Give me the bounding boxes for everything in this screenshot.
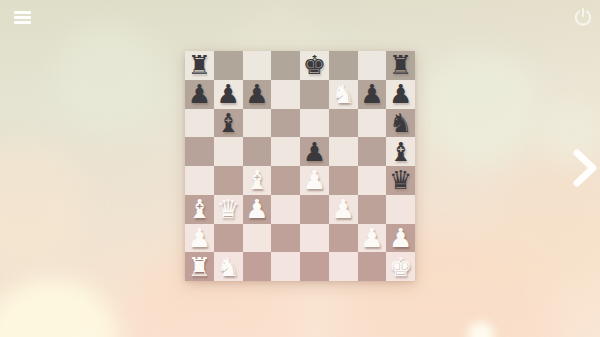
square-f8[interactable] bbox=[329, 51, 358, 80]
square-e8[interactable]: ♚ bbox=[300, 51, 329, 80]
square-d6[interactable] bbox=[271, 109, 300, 138]
square-b4[interactable] bbox=[214, 166, 243, 195]
piece-white-pawn[interactable]: ♟ bbox=[389, 225, 412, 251]
piece-black-pawn[interactable]: ♟ bbox=[360, 81, 383, 107]
square-b8[interactable] bbox=[214, 51, 243, 80]
square-e3[interactable] bbox=[300, 195, 329, 224]
square-e4[interactable]: ♟ bbox=[300, 166, 329, 195]
square-d4[interactable] bbox=[271, 166, 300, 195]
square-h8[interactable]: ♜ bbox=[386, 51, 415, 80]
piece-white-pawn[interactable]: ♟ bbox=[303, 167, 326, 193]
piece-black-rook[interactable]: ♜ bbox=[188, 52, 211, 78]
bokeh-circle bbox=[55, 25, 160, 130]
next-puzzle-button[interactable] bbox=[572, 149, 598, 187]
square-f7[interactable]: ♞ bbox=[329, 80, 358, 109]
square-g5[interactable] bbox=[358, 137, 387, 166]
square-a5[interactable] bbox=[185, 137, 214, 166]
piece-black-pawn[interactable]: ♟ bbox=[216, 81, 239, 107]
square-b1[interactable]: ♞ bbox=[214, 252, 243, 281]
bokeh-circle bbox=[0, 278, 122, 337]
square-e2[interactable] bbox=[300, 224, 329, 253]
bokeh-circle bbox=[468, 322, 494, 337]
square-d3[interactable] bbox=[271, 195, 300, 224]
piece-white-pawn[interactable]: ♟ bbox=[188, 225, 211, 251]
square-a1[interactable]: ♜ bbox=[185, 252, 214, 281]
square-h3[interactable] bbox=[386, 195, 415, 224]
piece-black-rook[interactable]: ♜ bbox=[389, 52, 412, 78]
piece-black-pawn[interactable]: ♟ bbox=[303, 139, 326, 165]
square-d7[interactable] bbox=[271, 80, 300, 109]
square-h2[interactable]: ♟ bbox=[386, 224, 415, 253]
square-a3[interactable]: ♝ bbox=[185, 195, 214, 224]
square-g3[interactable] bbox=[358, 195, 387, 224]
piece-white-bishop[interactable]: ♝ bbox=[188, 196, 211, 222]
piece-black-knight[interactable]: ♞ bbox=[389, 110, 412, 136]
square-e1[interactable] bbox=[300, 252, 329, 281]
square-f3[interactable]: ♟ bbox=[329, 195, 358, 224]
square-b5[interactable] bbox=[214, 137, 243, 166]
square-f1[interactable] bbox=[329, 252, 358, 281]
piece-white-knight[interactable]: ♞ bbox=[216, 254, 239, 280]
piece-white-queen[interactable]: ♛ bbox=[216, 196, 239, 222]
hamburger-menu-icon bbox=[14, 11, 31, 14]
square-e5[interactable]: ♟ bbox=[300, 137, 329, 166]
piece-black-queen[interactable]: ♛ bbox=[389, 167, 412, 193]
square-h4[interactable]: ♛ bbox=[386, 166, 415, 195]
square-d8[interactable] bbox=[271, 51, 300, 80]
square-b2[interactable] bbox=[214, 224, 243, 253]
power-icon bbox=[573, 7, 593, 27]
piece-black-bishop[interactable]: ♝ bbox=[389, 139, 412, 165]
square-g1[interactable] bbox=[358, 252, 387, 281]
piece-white-pawn[interactable]: ♟ bbox=[360, 225, 383, 251]
piece-black-pawn[interactable]: ♟ bbox=[245, 81, 268, 107]
square-f4[interactable] bbox=[329, 166, 358, 195]
square-f2[interactable] bbox=[329, 224, 358, 253]
bokeh-circle bbox=[0, 145, 85, 265]
square-h5[interactable]: ♝ bbox=[386, 137, 415, 166]
square-a4[interactable] bbox=[185, 166, 214, 195]
square-c1[interactable] bbox=[243, 252, 272, 281]
square-a8[interactable]: ♜ bbox=[185, 51, 214, 80]
square-a7[interactable]: ♟ bbox=[185, 80, 214, 109]
piece-black-king[interactable]: ♚ bbox=[303, 52, 326, 78]
square-a2[interactable]: ♟ bbox=[185, 224, 214, 253]
bokeh-circle bbox=[425, 55, 540, 170]
square-g8[interactable] bbox=[358, 51, 387, 80]
square-d5[interactable] bbox=[271, 137, 300, 166]
piece-white-knight[interactable]: ♞ bbox=[331, 81, 354, 107]
square-g4[interactable] bbox=[358, 166, 387, 195]
menu-button[interactable] bbox=[14, 11, 31, 24]
square-a6[interactable] bbox=[185, 109, 214, 138]
square-d2[interactable] bbox=[271, 224, 300, 253]
chess-board: ♜♚♜♟♟♟♞♟♟♝♞♟♝♝♟♛♝♛♟♟♟♟♟♜♞♚ bbox=[185, 51, 415, 281]
square-b3[interactable]: ♛ bbox=[214, 195, 243, 224]
square-c5[interactable] bbox=[243, 137, 272, 166]
square-f6[interactable] bbox=[329, 109, 358, 138]
piece-black-pawn[interactable]: ♟ bbox=[389, 81, 412, 107]
square-c4[interactable]: ♝ bbox=[243, 166, 272, 195]
square-c2[interactable] bbox=[243, 224, 272, 253]
power-button[interactable] bbox=[573, 7, 593, 27]
square-c6[interactable] bbox=[243, 109, 272, 138]
square-h6[interactable]: ♞ bbox=[386, 109, 415, 138]
app-screen: ♜♚♜♟♟♟♞♟♟♝♞♟♝♝♟♛♝♛♟♟♟♟♟♜♞♚ bbox=[0, 0, 600, 337]
square-b7[interactable]: ♟ bbox=[214, 80, 243, 109]
square-c8[interactable] bbox=[243, 51, 272, 80]
square-f5[interactable] bbox=[329, 137, 358, 166]
square-g6[interactable] bbox=[358, 109, 387, 138]
piece-white-bishop[interactable]: ♝ bbox=[245, 167, 268, 193]
chevron-right-icon bbox=[572, 149, 598, 187]
square-e6[interactable] bbox=[300, 109, 329, 138]
square-c3[interactable]: ♟ bbox=[243, 195, 272, 224]
square-h7[interactable]: ♟ bbox=[386, 80, 415, 109]
piece-white-king[interactable]: ♚ bbox=[389, 254, 412, 280]
square-c7[interactable]: ♟ bbox=[243, 80, 272, 109]
square-d1[interactable] bbox=[271, 252, 300, 281]
square-b6[interactable]: ♝ bbox=[214, 109, 243, 138]
piece-black-bishop[interactable]: ♝ bbox=[216, 110, 239, 136]
piece-white-pawn[interactable]: ♟ bbox=[331, 196, 354, 222]
piece-white-rook[interactable]: ♜ bbox=[188, 254, 211, 280]
square-g2[interactable]: ♟ bbox=[358, 224, 387, 253]
square-e7[interactable] bbox=[300, 80, 329, 109]
square-h1[interactable]: ♚ bbox=[386, 252, 415, 281]
piece-white-pawn[interactable]: ♟ bbox=[245, 196, 268, 222]
square-g7[interactable]: ♟ bbox=[358, 80, 387, 109]
piece-black-pawn[interactable]: ♟ bbox=[188, 81, 211, 107]
